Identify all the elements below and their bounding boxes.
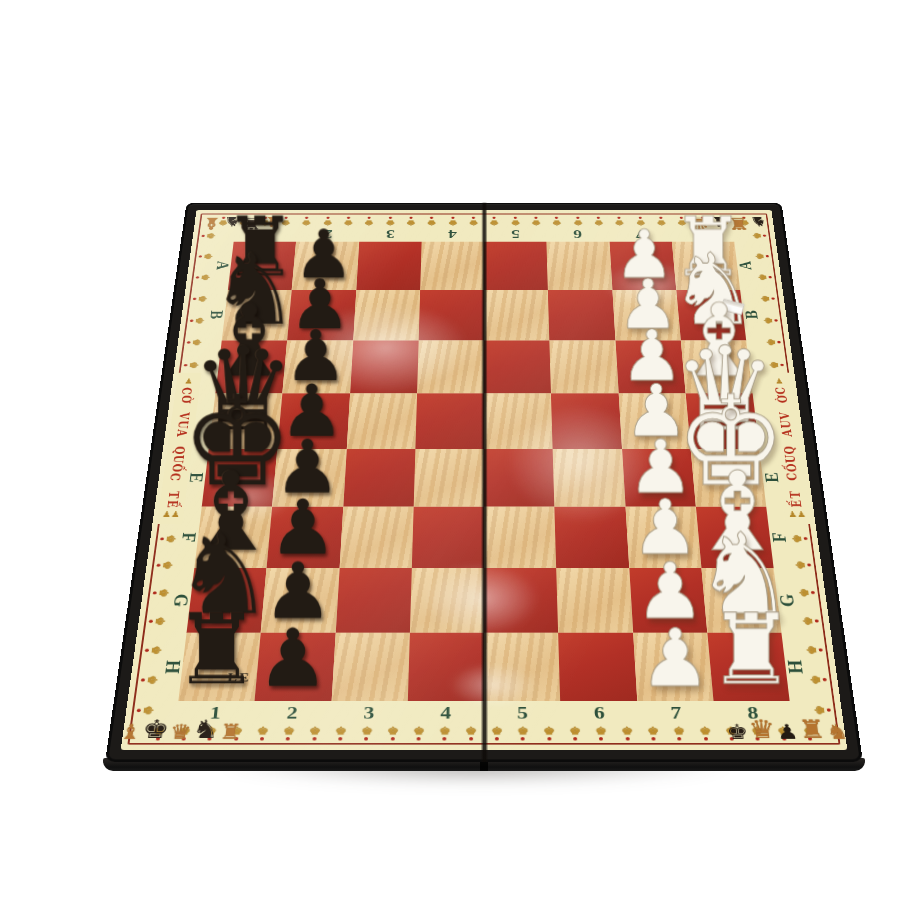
square-H7[interactable]: ♟ <box>633 633 714 701</box>
chess-set: ♚♚♚♚♚♚♚♚♚♚♚♚♚♚♚♚♚♚♚♚♚♚♚♚♚♚ ♚♚♚♚♚♚♚♚♚♚♚♚♚… <box>105 203 863 762</box>
square-C3[interactable] <box>350 340 419 393</box>
side-title-char: C <box>170 473 183 481</box>
square-D5[interactable] <box>484 393 553 448</box>
square-D4[interactable] <box>415 393 484 448</box>
square-C5[interactable] <box>484 340 551 393</box>
square-D6[interactable] <box>551 393 621 448</box>
square-G4[interactable] <box>410 568 484 633</box>
square-H6[interactable] <box>558 633 636 701</box>
square-H2[interactable]: ♟ <box>255 633 336 701</box>
square-B5[interactable] <box>484 290 550 340</box>
side-title-char: Ế <box>166 500 179 507</box>
square-D3[interactable] <box>346 393 416 448</box>
square-A6[interactable] <box>547 242 612 290</box>
square-H1[interactable]: ♜ <box>178 633 261 701</box>
board-frame: ♚♚♚♚♚♚♚♚♚♚♚♚♚♚♚♚♚♚♚♚♚♚♚♚♚♚ ♚♚♚♚♚♚♚♚♚♚♚♚♚… <box>105 203 863 762</box>
piece-white-rook[interactable]: ♜ <box>707 601 794 699</box>
side-title-char: T <box>788 491 801 498</box>
square-C4[interactable] <box>417 340 484 393</box>
square-H3[interactable] <box>331 633 409 701</box>
square-A5[interactable] <box>484 242 548 290</box>
photo-background: ♚♚♚♚♚♚♚♚♚♚♚♚♚♚♚♚♚♚♚♚♚♚♚♚♚♚ ♚♚♚♚♚♚♚♚♚♚♚♚♚… <box>0 0 900 900</box>
square-G5[interactable] <box>484 568 558 633</box>
square-B3[interactable] <box>353 290 420 340</box>
square-H4[interactable] <box>408 633 484 701</box>
piece-black-rook[interactable]: ♜ <box>173 601 260 699</box>
square-A4[interactable] <box>420 242 484 290</box>
side-title-char <box>787 484 799 487</box>
side-title-char: T <box>167 491 180 498</box>
side-title-char <box>169 484 181 487</box>
square-B4[interactable] <box>418 290 484 340</box>
square-E4[interactable] <box>413 449 484 507</box>
square-E3[interactable] <box>343 449 415 507</box>
fold-seam <box>481 203 488 762</box>
square-E6[interactable] <box>553 449 625 507</box>
square-A3[interactable] <box>356 242 421 290</box>
square-G6[interactable] <box>556 568 632 633</box>
square-H5[interactable] <box>484 633 560 701</box>
square-B6[interactable] <box>548 290 615 340</box>
piece-white-pawn[interactable]: ♟ <box>639 619 711 699</box>
square-H8[interactable]: ♜ <box>707 633 790 701</box>
side-title-char: C <box>786 473 799 481</box>
square-E5[interactable] <box>484 449 555 507</box>
piece-black-pawn[interactable]: ♟ <box>257 619 329 699</box>
side-title-char: Ế <box>789 500 802 507</box>
square-C6[interactable] <box>550 340 619 393</box>
square-G3[interactable] <box>335 568 411 633</box>
